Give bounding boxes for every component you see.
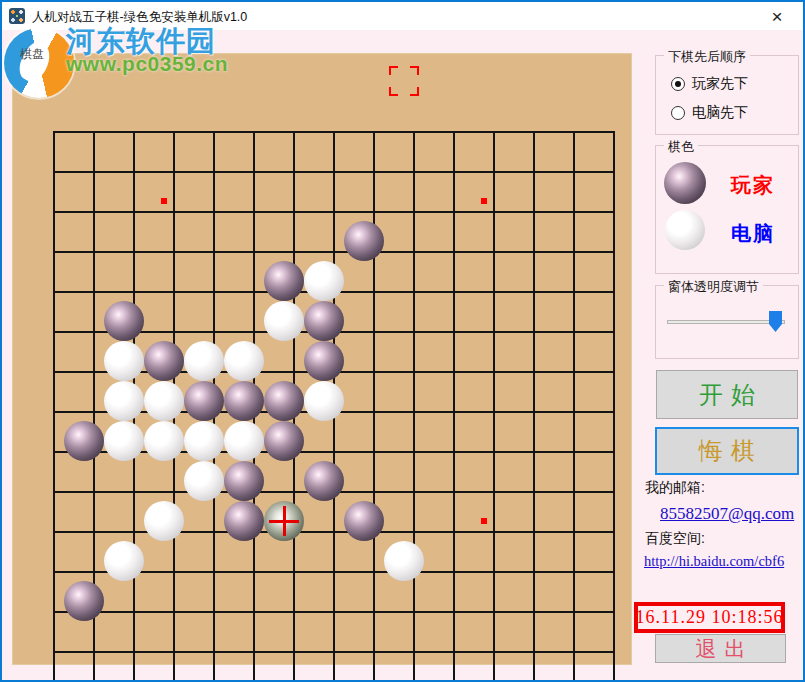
radio-player-first[interactable]: 玩家先下	[671, 75, 748, 93]
black-stone: ●	[104, 301, 144, 341]
black-stone: ●	[224, 501, 264, 541]
white-stone: ○	[144, 421, 184, 461]
stone-color-group: 棋色 玩家 电脑	[655, 145, 799, 274]
white-stone: ○	[304, 381, 344, 421]
stone-color-group-title: 棋色	[664, 138, 698, 156]
opacity-slider-track[interactable]	[667, 320, 785, 324]
white-stone: ○	[224, 421, 264, 461]
white-stone: ○	[144, 381, 184, 421]
black-stone: ●	[224, 381, 264, 421]
baidu-space-label: 百度空间:	[645, 530, 705, 548]
white-stone: ○	[224, 341, 264, 381]
black-stone: ●	[344, 221, 384, 261]
radio-computer-first[interactable]: 电脑先下	[671, 104, 748, 122]
move-order-group: 下棋先后顺序 玩家先下 电脑先下	[655, 55, 799, 135]
radio-circle-icon[interactable]	[671, 77, 685, 91]
title-bar: 人机对战五子棋-绿色免安装单机版v1.0 ×	[2, 2, 803, 30]
white-stone: ○	[104, 381, 144, 421]
white-stone: ○	[384, 541, 424, 581]
star-point	[481, 518, 487, 524]
star-point	[161, 198, 167, 204]
black-stone: ●	[264, 501, 304, 541]
close-icon: ×	[771, 7, 782, 26]
board-cursor-brackets	[389, 66, 419, 96]
black-stone: ●	[224, 461, 264, 501]
star-point	[481, 198, 487, 204]
white-stone: ○	[304, 261, 344, 301]
black-stone: ●	[264, 381, 304, 421]
white-stone: ○	[184, 341, 224, 381]
exit-button[interactable]: 退出	[655, 634, 786, 663]
email-label: 我的邮箱:	[645, 479, 705, 497]
white-stone: ○	[144, 501, 184, 541]
timestamp-text: 16.11.29 10:18:56	[636, 607, 784, 628]
player-black-stone-icon	[664, 162, 706, 204]
board-panel: ●●○●○●○●○○●○○●●●○●○○○○●○●●○●●●○○●	[12, 53, 632, 665]
white-stone: ○	[104, 541, 144, 581]
white-stone: ○	[184, 461, 224, 501]
black-stone: ●	[264, 421, 304, 461]
start-button[interactable]: 开始	[656, 370, 798, 419]
timestamp-box: 16.11.29 10:18:56	[634, 602, 785, 633]
white-stone: ○	[104, 341, 144, 381]
white-stone: ○	[184, 421, 224, 461]
white-stone: ○	[264, 301, 304, 341]
radio-circle-icon[interactable]	[671, 106, 685, 120]
black-stone: ●	[184, 381, 224, 421]
black-stone: ●	[64, 421, 104, 461]
black-stone: ●	[304, 301, 344, 341]
black-stone: ●	[64, 581, 104, 621]
undo-move-button[interactable]: 悔棋	[655, 427, 799, 475]
baidu-space-link[interactable]: http://hi.baidu.com/cbf6	[644, 553, 784, 570]
board-group-label: 棋盘	[20, 46, 44, 63]
computer-white-stone-icon	[665, 210, 705, 250]
app-icon	[9, 8, 25, 24]
last-move-marker	[283, 506, 286, 536]
black-stone: ●	[144, 341, 184, 381]
black-stone: ●	[264, 261, 304, 301]
black-stone: ●	[304, 461, 344, 501]
app-window: 人机对战五子棋-绿色免安装单机版v1.0 × ●●○●○●○●○○●○○●●●○…	[0, 0, 805, 682]
player-label: 玩家	[718, 172, 788, 199]
board-layer: ●●○●○●○●○○●○○●●●○●○○○○●○●●○●●●○○●	[13, 54, 631, 664]
opacity-group-title: 窗体透明度调节	[664, 278, 763, 296]
window-title: 人机对战五子棋-绿色免安装单机版v1.0	[32, 9, 247, 26]
black-stone: ●	[344, 501, 384, 541]
computer-label: 电脑	[718, 220, 788, 247]
move-order-group-title: 下棋先后顺序	[664, 48, 750, 66]
close-button[interactable]: ×	[757, 2, 797, 30]
white-stone: ○	[104, 421, 144, 461]
black-stone: ●	[304, 341, 344, 381]
email-link[interactable]: 85582507@qq.com	[660, 504, 794, 524]
